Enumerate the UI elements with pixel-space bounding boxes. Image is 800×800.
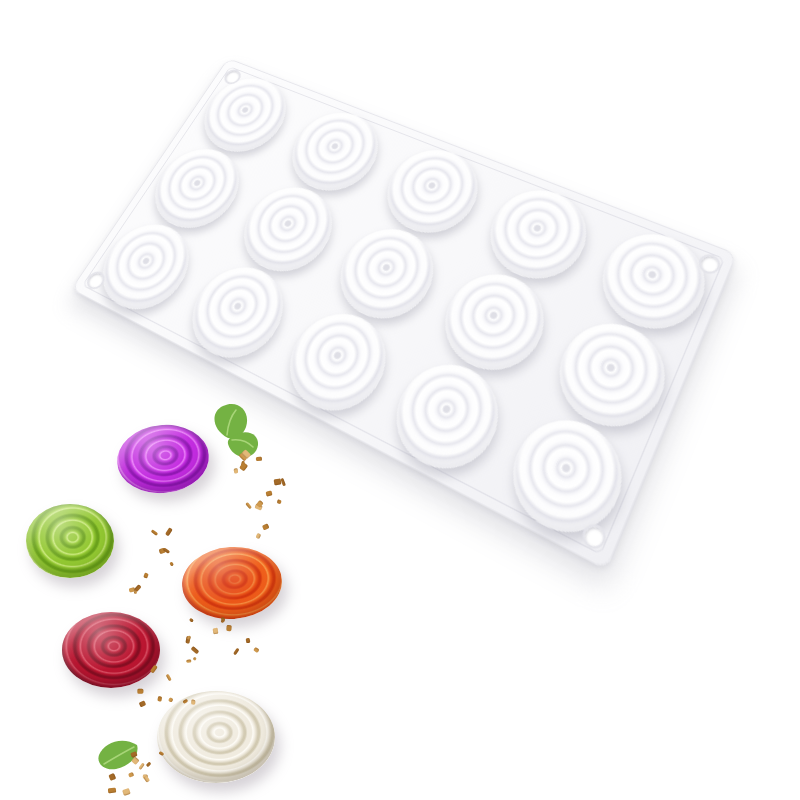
nut-crumb: [265, 491, 272, 497]
nut-crumb: [246, 638, 251, 644]
nut-crumb: [168, 698, 173, 703]
nut-crumb: [245, 502, 252, 509]
nut-crumb: [165, 527, 172, 535]
nut-crumb: [108, 773, 116, 781]
nut-crumb: [186, 660, 191, 663]
nut-crumb: [189, 618, 194, 623]
nut-crumb: [143, 776, 149, 783]
demo-disc-green: [26, 504, 114, 578]
nut-crumb: [139, 700, 146, 707]
nut-crumb: [191, 700, 195, 705]
nut-crumb: [151, 529, 158, 535]
nut-crumb: [165, 674, 172, 682]
demo-disc-ivory: [157, 691, 275, 783]
nut-crumb: [157, 696, 162, 702]
demo-disc-purple: [114, 420, 213, 497]
nut-crumb: [277, 499, 282, 504]
mold-cavity: [175, 254, 300, 373]
nut-crumb: [108, 787, 116, 793]
silicone-mold-tray: [71, 58, 737, 570]
demo-disc-orange: [180, 544, 285, 623]
nut-crumb: [137, 689, 143, 694]
nut-crumb: [191, 646, 200, 654]
nut-crumb: [146, 762, 152, 768]
nut-crumb: [143, 572, 149, 578]
nut-crumb: [253, 647, 259, 653]
product-photo-stage: [0, 0, 800, 800]
nut-crumb: [187, 635, 192, 640]
nut-crumb: [274, 478, 281, 485]
nut-crumb: [234, 468, 239, 474]
nut-crumb: [233, 648, 240, 655]
nut-crumb: [212, 628, 218, 635]
nut-crumb: [192, 657, 197, 662]
nut-crumb: [122, 788, 130, 796]
nut-crumb: [226, 625, 231, 631]
mint-leaves: [200, 402, 260, 464]
nut-crumb: [255, 533, 261, 539]
nut-crumb: [262, 524, 269, 531]
nut-crumb: [169, 561, 173, 566]
demo-disc-red: [62, 612, 160, 688]
mold-cavity: [86, 212, 206, 324]
nut-crumb: [280, 478, 285, 486]
